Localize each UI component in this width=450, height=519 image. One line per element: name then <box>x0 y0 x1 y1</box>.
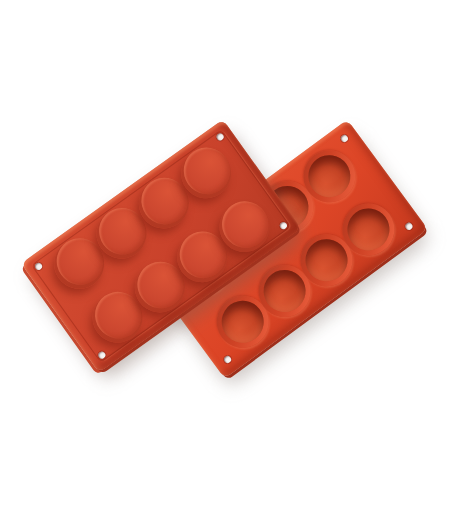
hanging-hole <box>340 134 350 144</box>
hanging-hole <box>97 350 107 360</box>
hanging-hole <box>34 261 44 271</box>
hanging-hole <box>223 355 233 365</box>
hanging-hole <box>404 221 414 231</box>
hanging-hole <box>279 221 289 231</box>
hanging-hole <box>215 132 225 142</box>
product-photo <box>0 0 450 519</box>
